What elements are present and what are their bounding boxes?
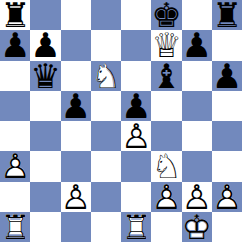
square-b4[interactable] (30, 121, 60, 151)
piece-black-bishop[interactable]: ♝ (151, 61, 181, 91)
square-b1[interactable] (30, 212, 60, 242)
square-g5[interactable] (182, 91, 212, 121)
square-h6[interactable]: ♟ (212, 61, 242, 91)
piece-white-rook[interactable]: ♜♖ (121, 212, 151, 242)
piece-white-pawn[interactable]: ♟♙ (0, 151, 30, 181)
square-d2[interactable] (91, 182, 121, 212)
square-c5[interactable]: ♟ (61, 91, 91, 121)
pawn-outline-glyph: ♙ (0, 151, 30, 181)
pawn-solid-glyph: ♟ (0, 30, 30, 60)
queen-solid-glyph: ♛ (30, 61, 60, 91)
piece-black-queen[interactable]: ♛ (30, 61, 60, 91)
square-d4[interactable] (91, 121, 121, 151)
piece-white-pawn[interactable]: ♟♙ (121, 121, 151, 151)
square-e4[interactable]: ♟♙ (121, 121, 151, 151)
square-g1[interactable]: ♚♔ (182, 212, 212, 242)
square-d3[interactable] (91, 151, 121, 181)
square-a7[interactable]: ♟ (0, 30, 30, 60)
square-f6[interactable]: ♝ (151, 61, 181, 91)
piece-white-pawn[interactable]: ♟♙ (61, 182, 91, 212)
piece-white-rook[interactable]: ♜♖ (0, 212, 30, 242)
rook-solid-glyph: ♜ (212, 0, 242, 30)
piece-black-pawn[interactable]: ♟ (0, 30, 30, 60)
square-e7[interactable] (121, 30, 151, 60)
square-d8[interactable] (91, 0, 121, 30)
square-a1[interactable]: ♜♖ (0, 212, 30, 242)
knight-outline-glyph: ♘ (91, 61, 121, 91)
piece-white-pawn[interactable]: ♟♙ (151, 182, 181, 212)
square-h4[interactable] (212, 121, 242, 151)
square-b6[interactable]: ♛ (30, 61, 60, 91)
square-g4[interactable] (182, 121, 212, 151)
rook-outline-glyph: ♖ (121, 212, 151, 242)
square-f2[interactable]: ♟♙ (151, 182, 181, 212)
square-g6[interactable] (182, 61, 212, 91)
piece-white-pawn[interactable]: ♟♙ (212, 182, 242, 212)
square-g7[interactable]: ♟ (182, 30, 212, 60)
chess-board: ♜♚♜♟♟♛♕♟♛♞♘♝♟♟♟♟♙♟♙♞♘♟♙♟♙♟♙♟♙♜♖♜♖♚♔ (0, 0, 242, 242)
square-c8[interactable] (61, 0, 91, 30)
pawn-solid-glyph: ♟ (61, 91, 91, 121)
square-h2[interactable]: ♟♙ (212, 182, 242, 212)
square-d1[interactable] (91, 212, 121, 242)
pawn-outline-glyph: ♙ (121, 121, 151, 151)
piece-black-pawn[interactable]: ♟ (61, 91, 91, 121)
square-a3[interactable]: ♟♙ (0, 151, 30, 181)
pawn-outline-glyph: ♙ (61, 182, 91, 212)
square-d6[interactable]: ♞♘ (91, 61, 121, 91)
pawn-outline-glyph: ♙ (151, 182, 181, 212)
pawn-solid-glyph: ♟ (212, 61, 242, 91)
king-outline-glyph: ♔ (182, 212, 212, 242)
square-e1[interactable]: ♜♖ (121, 212, 151, 242)
square-c2[interactable]: ♟♙ (61, 182, 91, 212)
square-b2[interactable] (30, 182, 60, 212)
rook-outline-glyph: ♖ (0, 212, 30, 242)
piece-black-rook[interactable]: ♜ (212, 0, 242, 30)
square-b3[interactable] (30, 151, 60, 181)
square-c7[interactable] (61, 30, 91, 60)
pawn-outline-glyph: ♙ (212, 182, 242, 212)
pawn-solid-glyph: ♟ (182, 30, 212, 60)
piece-white-knight[interactable]: ♞♘ (91, 61, 121, 91)
square-e8[interactable] (121, 0, 151, 30)
square-a5[interactable] (0, 91, 30, 121)
square-a6[interactable] (0, 61, 30, 91)
piece-black-pawn[interactable]: ♟ (182, 30, 212, 60)
square-h8[interactable]: ♜ (212, 0, 242, 30)
piece-white-king[interactable]: ♚♔ (182, 212, 212, 242)
bishop-solid-glyph: ♝ (151, 61, 181, 91)
piece-black-pawn[interactable]: ♟ (212, 61, 242, 91)
